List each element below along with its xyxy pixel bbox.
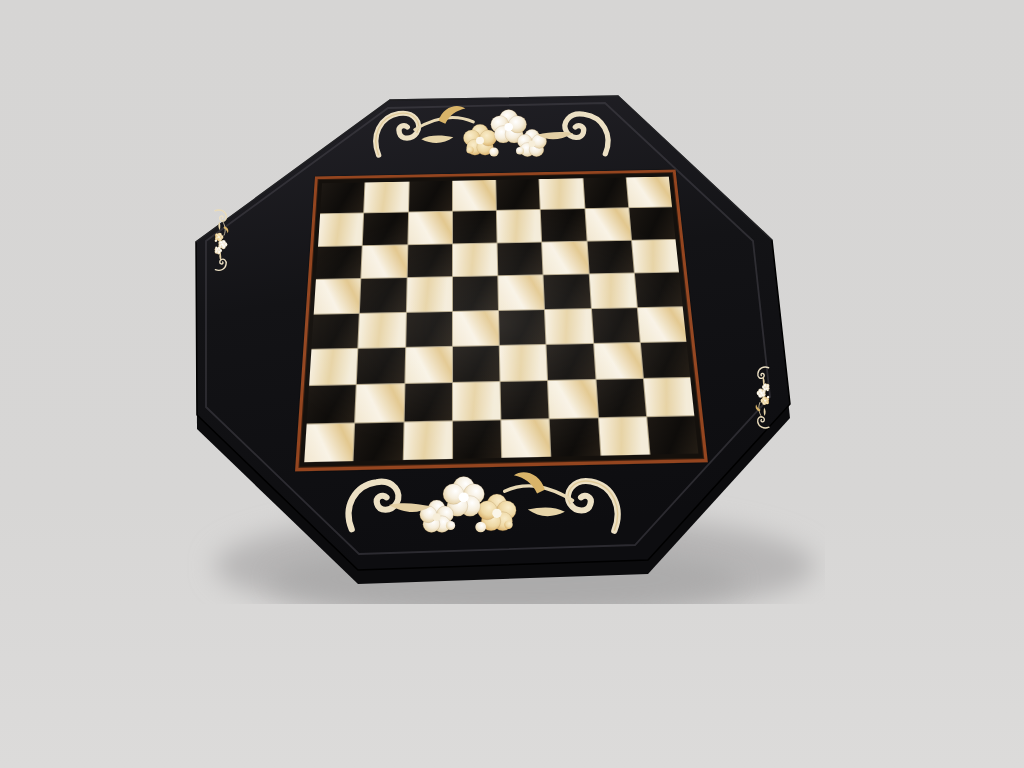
square [548, 380, 597, 418]
square [404, 383, 452, 421]
square [591, 308, 639, 343]
square [453, 180, 496, 211]
square [589, 274, 636, 308]
square [501, 419, 550, 458]
square [550, 418, 600, 457]
square [498, 242, 543, 275]
square [585, 208, 631, 240]
square [320, 182, 365, 213]
square [541, 209, 586, 241]
square [594, 343, 643, 379]
floral-inlay-top [372, 104, 612, 168]
square [354, 422, 403, 461]
square [363, 213, 408, 245]
square [360, 278, 406, 312]
square [409, 181, 452, 212]
square [362, 245, 407, 278]
square [318, 214, 363, 246]
square [405, 347, 452, 383]
square [307, 385, 356, 423]
floral-inlay-left [206, 204, 310, 430]
square [403, 421, 451, 460]
square [542, 241, 588, 274]
square [453, 211, 497, 243]
square [629, 208, 675, 240]
square [547, 344, 595, 380]
square [499, 310, 546, 345]
square [407, 244, 452, 277]
square [406, 311, 452, 346]
square [501, 381, 549, 419]
square [364, 182, 408, 213]
product-photo-stage [0, 0, 1024, 768]
square [359, 312, 406, 347]
square [453, 311, 499, 346]
floral-inlay-bottom [344, 470, 622, 546]
floral-inlay-right [676, 206, 780, 434]
square [453, 276, 498, 310]
square [497, 210, 541, 242]
square [540, 178, 584, 209]
square [408, 212, 452, 244]
square [304, 423, 354, 462]
square [453, 382, 501, 420]
square [355, 384, 403, 422]
square [311, 313, 359, 348]
square [453, 346, 500, 382]
square [626, 177, 672, 208]
square [498, 275, 544, 309]
square [500, 345, 547, 381]
board-frame [295, 170, 708, 472]
square [453, 420, 501, 459]
square [496, 179, 540, 210]
square [545, 309, 592, 344]
chessboard [295, 170, 708, 472]
square [596, 379, 646, 417]
board-grid [304, 177, 698, 463]
square [544, 274, 591, 308]
square [453, 243, 498, 276]
square [316, 246, 362, 279]
square [357, 348, 405, 384]
square [587, 241, 633, 274]
square [583, 177, 628, 208]
square [598, 417, 649, 456]
square [309, 349, 357, 386]
square [406, 277, 451, 311]
square [632, 240, 679, 273]
square [314, 279, 361, 313]
